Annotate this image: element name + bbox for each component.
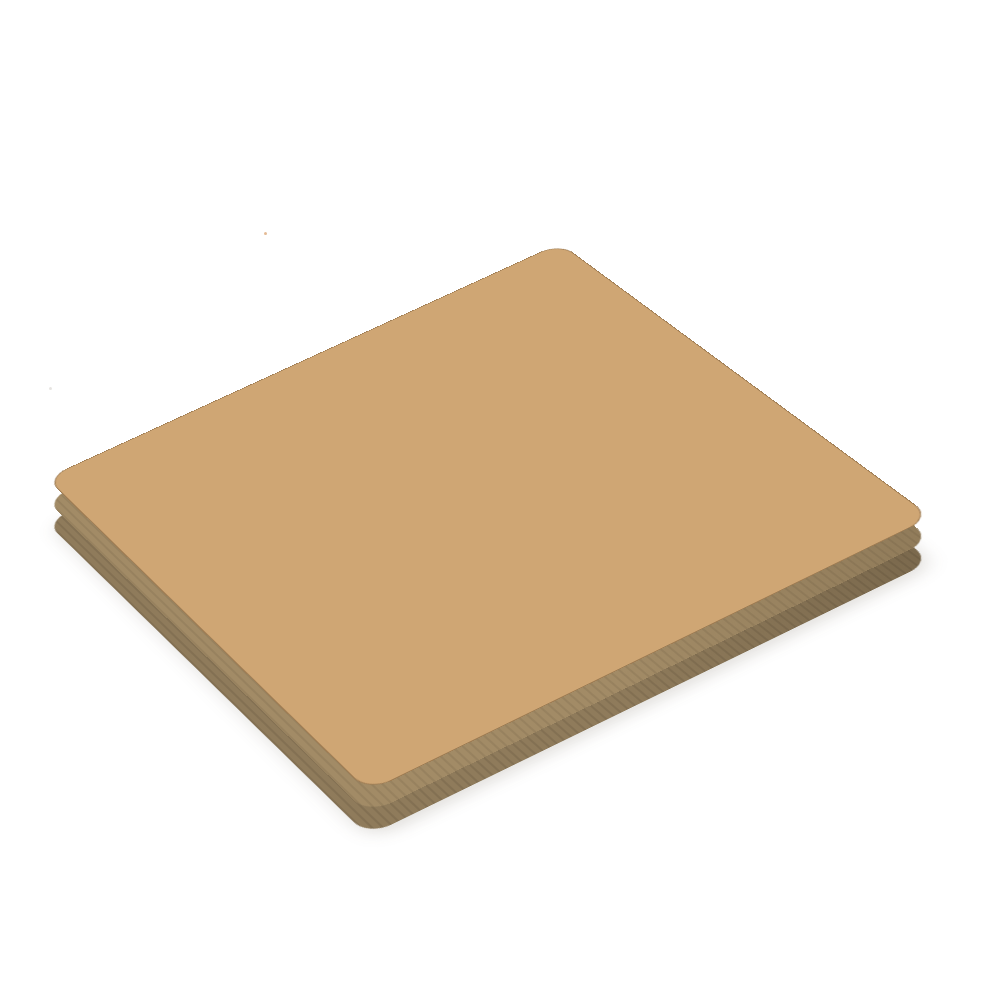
corner-blocks-tops	[40, 223, 926, 772]
dust-speck	[264, 232, 267, 235]
teak-trivet	[0, 0, 1000, 1000]
product-photo-canvas	[0, 0, 1000, 1000]
dust-speck	[49, 387, 52, 390]
